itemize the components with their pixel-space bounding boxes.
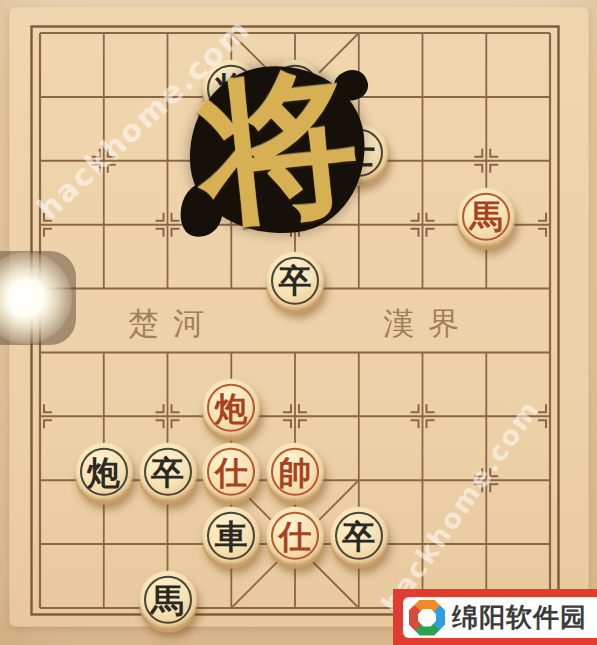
piece-character: 卒	[139, 443, 197, 501]
piece-character: 兵	[202, 124, 260, 182]
spark-glow-effect	[0, 251, 76, 345]
piece-character: 馬	[457, 187, 515, 245]
site-logo-banner: 绵阳软件园	[393, 589, 597, 645]
piece-character: 卒	[266, 251, 324, 309]
piece-black-cannon[interactable]: 炮	[75, 443, 133, 501]
glow-halo	[0, 252, 72, 344]
piece-black-soldier[interactable]: 卒	[266, 251, 324, 309]
piece-red-cannon[interactable]: 炮	[202, 379, 260, 437]
logo-text: 绵阳软件园	[452, 600, 587, 635]
piece-black-chariot[interactable]: 車	[202, 507, 260, 565]
piece-character: 炮	[75, 443, 133, 501]
piece-red-general[interactable]: 帥	[266, 443, 324, 501]
river-label-chu: 楚河	[128, 303, 218, 343]
piece-character: 仕	[266, 507, 324, 565]
game-screen: 楚河 漢界 将士兵士馬卒炮炮卒仕帥車仕卒馬 将 hackhome.com hac…	[0, 0, 597, 645]
piece-red-horse[interactable]: 馬	[457, 187, 515, 245]
piece-character: 将	[202, 60, 260, 118]
logo-plate: 绵阳软件园	[403, 597, 597, 638]
piece-black-soldier[interactable]: 卒	[139, 443, 197, 501]
piece-character: 帥	[266, 443, 324, 501]
piece-character: 士	[266, 60, 324, 118]
piece-black-advisor[interactable]: 士	[330, 124, 388, 182]
piece-black-soldier[interactable]: 卒	[330, 507, 388, 565]
piece-character: 炮	[202, 379, 260, 437]
piece-character: 士	[330, 124, 388, 182]
piece-black-advisor[interactable]: 士	[266, 60, 324, 118]
piece-red-advisor[interactable]: 仕	[266, 507, 324, 565]
piece-red-soldier[interactable]: 兵	[202, 124, 260, 182]
piece-black-horse[interactable]: 馬	[139, 571, 197, 629]
piece-character: 車	[202, 507, 260, 565]
river-label-han: 漢界	[383, 303, 473, 343]
piece-black-general[interactable]: 将	[202, 60, 260, 118]
piece-character: 馬	[139, 571, 197, 629]
piece-character: 仕	[202, 443, 260, 501]
piece-character: 卒	[330, 507, 388, 565]
piece-red-advisor[interactable]: 仕	[202, 443, 260, 501]
octagon-logo-icon	[409, 600, 445, 636]
